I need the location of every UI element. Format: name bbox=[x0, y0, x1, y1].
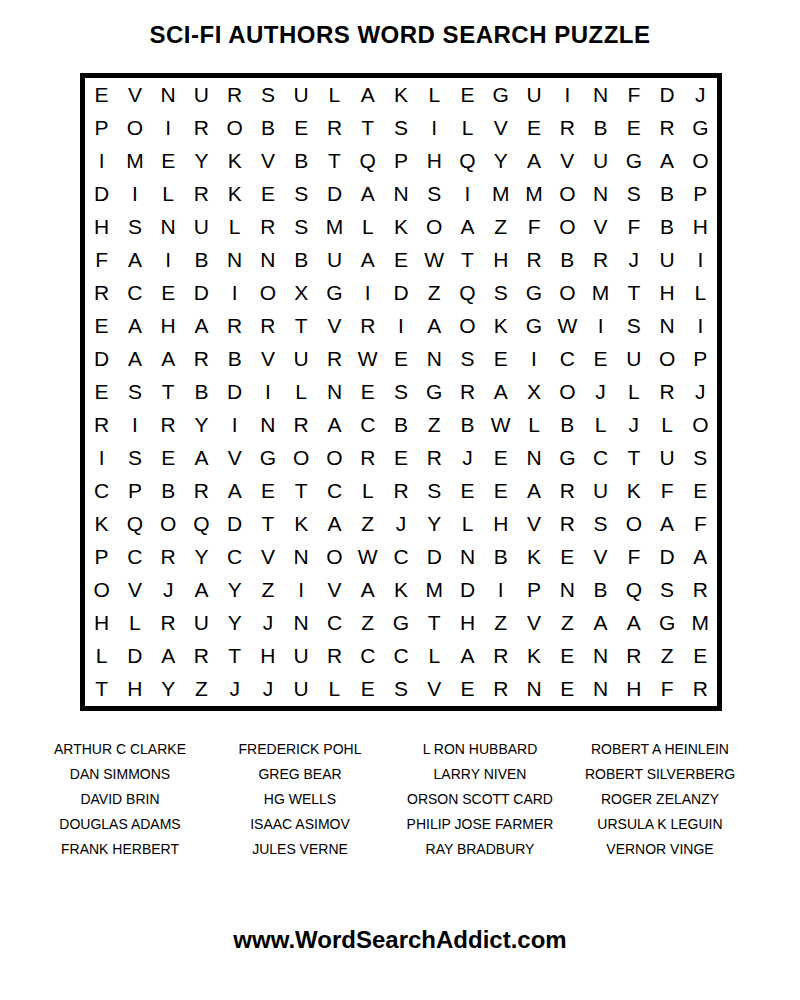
grid-cell[interactable]: V bbox=[251, 144, 284, 177]
grid-cell[interactable]: O bbox=[551, 375, 584, 408]
grid-cell[interactable]: S bbox=[118, 375, 151, 408]
grid-cell[interactable]: R bbox=[152, 409, 185, 442]
grid-cell[interactable]: E bbox=[484, 475, 517, 508]
grid-cell[interactable]: R bbox=[517, 243, 550, 276]
grid-cell[interactable]: I bbox=[584, 309, 617, 342]
grid-cell[interactable]: P bbox=[684, 177, 717, 210]
grid-cell[interactable]: A bbox=[118, 309, 151, 342]
grid-cell[interactable]: S bbox=[384, 673, 417, 706]
grid-cell[interactable]: E bbox=[251, 177, 284, 210]
grid-cell[interactable]: H bbox=[85, 607, 118, 640]
grid-cell[interactable]: A bbox=[152, 342, 185, 375]
grid-cell[interactable]: N bbox=[584, 177, 617, 210]
grid-cell[interactable]: R bbox=[218, 309, 251, 342]
grid-cell[interactable]: R bbox=[185, 640, 218, 673]
grid-cell[interactable]: A bbox=[351, 78, 384, 111]
grid-cell[interactable]: I bbox=[351, 276, 384, 309]
grid-cell[interactable]: U bbox=[617, 342, 650, 375]
grid-cell[interactable]: T bbox=[285, 475, 318, 508]
grid-cell[interactable]: O bbox=[551, 276, 584, 309]
grid-cell[interactable]: U bbox=[517, 78, 550, 111]
grid-cell[interactable]: O bbox=[451, 309, 484, 342]
grid-cell[interactable]: Y bbox=[218, 607, 251, 640]
grid-cell[interactable]: T bbox=[418, 607, 451, 640]
grid-cell[interactable]: O bbox=[152, 508, 185, 541]
grid-cell[interactable]: C bbox=[384, 640, 417, 673]
grid-cell[interactable]: T bbox=[451, 243, 484, 276]
grid-cell[interactable]: E bbox=[484, 442, 517, 475]
grid-cell[interactable]: L bbox=[684, 276, 717, 309]
grid-cell[interactable]: E bbox=[684, 640, 717, 673]
grid-cell[interactable]: E bbox=[551, 640, 584, 673]
grid-cell[interactable]: T bbox=[152, 375, 185, 408]
grid-cell[interactable]: A bbox=[584, 607, 617, 640]
grid-cell[interactable]: U bbox=[285, 640, 318, 673]
grid-cell[interactable]: U bbox=[285, 673, 318, 706]
grid-cell[interactable]: R bbox=[152, 607, 185, 640]
grid-cell[interactable]: E bbox=[484, 342, 517, 375]
grid-cell[interactable]: I bbox=[684, 309, 717, 342]
grid-cell[interactable]: M bbox=[118, 144, 151, 177]
grid-cell[interactable]: B bbox=[584, 574, 617, 607]
grid-cell[interactable]: D bbox=[384, 276, 417, 309]
grid-cell[interactable]: D bbox=[318, 177, 351, 210]
grid-cell[interactable]: E bbox=[152, 442, 185, 475]
grid-cell[interactable]: E bbox=[85, 78, 118, 111]
grid-cell[interactable]: R bbox=[85, 409, 118, 442]
grid-cell[interactable]: R bbox=[384, 475, 417, 508]
grid-cell[interactable]: G bbox=[318, 276, 351, 309]
grid-cell[interactable]: W bbox=[351, 541, 384, 574]
grid-cell[interactable]: Z bbox=[185, 673, 218, 706]
grid-cell[interactable]: C bbox=[551, 342, 584, 375]
grid-cell[interactable]: R bbox=[551, 111, 584, 144]
grid-cell[interactable]: R bbox=[185, 111, 218, 144]
grid-cell[interactable]: B bbox=[650, 210, 683, 243]
grid-cell[interactable]: N bbox=[584, 78, 617, 111]
grid-cell[interactable]: Y bbox=[418, 508, 451, 541]
grid-cell[interactable]: F bbox=[85, 243, 118, 276]
grid-cell[interactable]: C bbox=[118, 541, 151, 574]
grid-cell[interactable]: P bbox=[85, 111, 118, 144]
grid-cell[interactable]: B bbox=[152, 475, 185, 508]
grid-cell[interactable]: S bbox=[650, 574, 683, 607]
grid-cell[interactable]: K bbox=[85, 508, 118, 541]
grid-cell[interactable]: A bbox=[218, 475, 251, 508]
grid-cell[interactable]: Q bbox=[351, 144, 384, 177]
grid-cell[interactable]: L bbox=[318, 673, 351, 706]
grid-cell[interactable]: F bbox=[650, 475, 683, 508]
grid-cell[interactable]: S bbox=[118, 210, 151, 243]
grid-cell[interactable]: N bbox=[418, 342, 451, 375]
grid-cell[interactable]: B bbox=[551, 409, 584, 442]
grid-cell[interactable]: N bbox=[451, 541, 484, 574]
grid-cell[interactable]: V bbox=[318, 309, 351, 342]
grid-cell[interactable]: L bbox=[152, 177, 185, 210]
grid-cell[interactable]: H bbox=[650, 276, 683, 309]
grid-cell[interactable]: F bbox=[617, 78, 650, 111]
grid-cell[interactable]: C bbox=[384, 541, 417, 574]
grid-cell[interactable]: R bbox=[684, 673, 717, 706]
grid-cell[interactable]: A bbox=[451, 640, 484, 673]
grid-cell[interactable]: J bbox=[451, 442, 484, 475]
grid-cell[interactable]: N bbox=[251, 243, 284, 276]
grid-cell[interactable]: U bbox=[650, 243, 683, 276]
grid-cell[interactable]: I bbox=[118, 177, 151, 210]
grid-cell[interactable]: D bbox=[85, 177, 118, 210]
grid-cell[interactable]: R bbox=[351, 309, 384, 342]
grid-cell[interactable]: Q bbox=[617, 574, 650, 607]
grid-cell[interactable]: N bbox=[584, 673, 617, 706]
grid-cell[interactable]: U bbox=[318, 243, 351, 276]
grid-cell[interactable]: M bbox=[418, 574, 451, 607]
grid-cell[interactable]: E bbox=[152, 144, 185, 177]
grid-cell[interactable]: R bbox=[451, 375, 484, 408]
grid-cell[interactable]: E bbox=[251, 475, 284, 508]
grid-cell[interactable]: A bbox=[684, 541, 717, 574]
grid-cell[interactable]: G bbox=[418, 375, 451, 408]
grid-cell[interactable]: J bbox=[584, 375, 617, 408]
grid-cell[interactable]: R bbox=[85, 276, 118, 309]
grid-cell[interactable]: I bbox=[118, 409, 151, 442]
grid-cell[interactable]: J bbox=[684, 375, 717, 408]
grid-cell[interactable]: G bbox=[684, 111, 717, 144]
grid-cell[interactable]: R bbox=[251, 309, 284, 342]
grid-cell[interactable]: A bbox=[185, 309, 218, 342]
grid-cell[interactable]: R bbox=[418, 442, 451, 475]
grid-cell[interactable]: H bbox=[484, 508, 517, 541]
grid-cell[interactable]: L bbox=[617, 375, 650, 408]
grid-cell[interactable]: B bbox=[650, 177, 683, 210]
grid-cell[interactable]: O bbox=[285, 442, 318, 475]
grid-cell[interactable]: C bbox=[318, 607, 351, 640]
grid-cell[interactable]: D bbox=[451, 574, 484, 607]
grid-cell[interactable]: R bbox=[484, 673, 517, 706]
grid-cell[interactable]: Q bbox=[451, 144, 484, 177]
grid-cell[interactable]: I bbox=[285, 574, 318, 607]
grid-cell[interactable]: K bbox=[384, 210, 417, 243]
grid-cell[interactable]: O bbox=[617, 508, 650, 541]
grid-cell[interactable]: O bbox=[650, 342, 683, 375]
grid-cell[interactable]: L bbox=[418, 640, 451, 673]
grid-cell[interactable]: U bbox=[650, 442, 683, 475]
grid-cell[interactable]: K bbox=[517, 640, 550, 673]
grid-cell[interactable]: F bbox=[517, 210, 550, 243]
grid-cell[interactable]: M bbox=[517, 177, 550, 210]
grid-cell[interactable]: L bbox=[418, 78, 451, 111]
grid-cell[interactable]: H bbox=[85, 210, 118, 243]
grid-cell[interactable]: J bbox=[218, 673, 251, 706]
grid-cell[interactable]: G bbox=[251, 442, 284, 475]
grid-cell[interactable]: P bbox=[85, 541, 118, 574]
grid-cell[interactable]: E bbox=[384, 442, 417, 475]
grid-cell[interactable]: B bbox=[218, 342, 251, 375]
grid-cell[interactable]: C bbox=[85, 475, 118, 508]
grid-cell[interactable]: I bbox=[484, 574, 517, 607]
grid-cell[interactable]: A bbox=[617, 607, 650, 640]
grid-cell[interactable]: N bbox=[517, 673, 550, 706]
grid-cell[interactable]: A bbox=[318, 409, 351, 442]
grid-cell[interactable]: E bbox=[551, 541, 584, 574]
grid-cell[interactable]: Y bbox=[185, 144, 218, 177]
grid-cell[interactable]: R bbox=[185, 177, 218, 210]
grid-cell[interactable]: O bbox=[218, 111, 251, 144]
grid-cell[interactable]: K bbox=[218, 177, 251, 210]
grid-cell[interactable]: V bbox=[484, 111, 517, 144]
grid-cell[interactable]: N bbox=[584, 640, 617, 673]
grid-cell[interactable]: R bbox=[684, 574, 717, 607]
grid-cell[interactable]: O bbox=[118, 111, 151, 144]
grid-cell[interactable]: A bbox=[118, 243, 151, 276]
grid-cell[interactable]: N bbox=[517, 442, 550, 475]
grid-cell[interactable]: U bbox=[584, 475, 617, 508]
grid-cell[interactable]: B bbox=[251, 111, 284, 144]
grid-cell[interactable]: M bbox=[318, 210, 351, 243]
grid-cell[interactable]: Y bbox=[185, 541, 218, 574]
grid-cell[interactable]: S bbox=[451, 342, 484, 375]
grid-cell[interactable]: B bbox=[285, 144, 318, 177]
grid-cell[interactable]: N bbox=[218, 243, 251, 276]
grid-cell[interactable]: A bbox=[418, 309, 451, 342]
grid-cell[interactable]: B bbox=[551, 243, 584, 276]
grid-cell[interactable]: L bbox=[517, 409, 550, 442]
grid-cell[interactable]: A bbox=[185, 442, 218, 475]
grid-cell[interactable]: G bbox=[517, 276, 550, 309]
grid-cell[interactable]: F bbox=[650, 673, 683, 706]
grid-cell[interactable]: O bbox=[684, 409, 717, 442]
grid-cell[interactable]: E bbox=[617, 111, 650, 144]
grid-cell[interactable]: K bbox=[384, 78, 417, 111]
grid-cell[interactable]: L bbox=[451, 111, 484, 144]
grid-cell[interactable]: O bbox=[684, 144, 717, 177]
grid-cell[interactable]: N bbox=[650, 309, 683, 342]
grid-cell[interactable]: N bbox=[285, 607, 318, 640]
grid-cell[interactable]: Z bbox=[551, 607, 584, 640]
grid-cell[interactable]: R bbox=[484, 640, 517, 673]
grid-cell[interactable]: A bbox=[484, 375, 517, 408]
grid-cell[interactable]: A bbox=[650, 144, 683, 177]
grid-cell[interactable]: D bbox=[418, 541, 451, 574]
grid-cell[interactable]: O bbox=[318, 442, 351, 475]
grid-cell[interactable]: O bbox=[418, 210, 451, 243]
grid-cell[interactable]: Y bbox=[484, 144, 517, 177]
grid-cell[interactable]: T bbox=[318, 144, 351, 177]
grid-cell[interactable]: V bbox=[517, 508, 550, 541]
grid-cell[interactable]: P bbox=[384, 144, 417, 177]
grid-cell[interactable]: G bbox=[551, 442, 584, 475]
grid-cell[interactable]: I bbox=[85, 442, 118, 475]
grid-cell[interactable]: Z bbox=[351, 508, 384, 541]
grid-cell[interactable]: U bbox=[185, 78, 218, 111]
grid-cell[interactable]: D bbox=[185, 276, 218, 309]
grid-cell[interactable]: O bbox=[318, 541, 351, 574]
grid-cell[interactable]: Z bbox=[650, 640, 683, 673]
grid-cell[interactable]: W bbox=[418, 243, 451, 276]
grid-cell[interactable]: L bbox=[650, 409, 683, 442]
grid-cell[interactable]: J bbox=[384, 508, 417, 541]
grid-cell[interactable]: I bbox=[384, 309, 417, 342]
grid-cell[interactable]: S bbox=[617, 309, 650, 342]
grid-cell[interactable]: A bbox=[351, 243, 384, 276]
grid-cell[interactable]: E bbox=[85, 375, 118, 408]
grid-cell[interactable]: K bbox=[384, 574, 417, 607]
grid-cell[interactable]: C bbox=[351, 640, 384, 673]
grid-cell[interactable]: H bbox=[418, 144, 451, 177]
grid-cell[interactable]: Y bbox=[152, 673, 185, 706]
grid-cell[interactable]: T bbox=[251, 508, 284, 541]
grid-cell[interactable]: J bbox=[152, 574, 185, 607]
grid-cell[interactable]: R bbox=[152, 541, 185, 574]
grid-cell[interactable]: J bbox=[251, 673, 284, 706]
grid-cell[interactable]: N bbox=[251, 409, 284, 442]
grid-cell[interactable]: P bbox=[118, 475, 151, 508]
grid-cell[interactable]: S bbox=[285, 177, 318, 210]
grid-cell[interactable]: R bbox=[318, 111, 351, 144]
grid-cell[interactable]: L bbox=[118, 607, 151, 640]
grid-cell[interactable]: W bbox=[351, 342, 384, 375]
grid-cell[interactable]: M bbox=[484, 177, 517, 210]
grid-cell[interactable]: O bbox=[551, 210, 584, 243]
grid-cell[interactable]: C bbox=[351, 409, 384, 442]
grid-cell[interactable]: H bbox=[152, 309, 185, 342]
grid-cell[interactable]: T bbox=[85, 673, 118, 706]
grid-cell[interactable]: S bbox=[418, 177, 451, 210]
grid-cell[interactable]: H bbox=[684, 210, 717, 243]
grid-cell[interactable]: F bbox=[684, 508, 717, 541]
grid-cell[interactable]: W bbox=[484, 409, 517, 442]
grid-cell[interactable]: B bbox=[384, 409, 417, 442]
grid-cell[interactable]: D bbox=[650, 541, 683, 574]
grid-cell[interactable]: B bbox=[484, 541, 517, 574]
grid-cell[interactable]: B bbox=[285, 243, 318, 276]
grid-cell[interactable]: Y bbox=[185, 409, 218, 442]
grid-cell[interactable]: R bbox=[650, 375, 683, 408]
grid-cell[interactable]: L bbox=[584, 409, 617, 442]
grid-cell[interactable]: A bbox=[118, 342, 151, 375]
grid-cell[interactable]: E bbox=[384, 342, 417, 375]
grid-cell[interactable]: S bbox=[484, 276, 517, 309]
grid-cell[interactable]: H bbox=[251, 640, 284, 673]
grid-cell[interactable]: K bbox=[517, 541, 550, 574]
grid-cell[interactable]: U bbox=[584, 144, 617, 177]
grid-cell[interactable]: N bbox=[551, 574, 584, 607]
grid-cell[interactable]: K bbox=[484, 309, 517, 342]
grid-cell[interactable]: L bbox=[451, 508, 484, 541]
grid-cell[interactable]: R bbox=[285, 409, 318, 442]
grid-cell[interactable]: T bbox=[285, 309, 318, 342]
grid-cell[interactable]: U bbox=[185, 607, 218, 640]
grid-cell[interactable]: E bbox=[451, 78, 484, 111]
grid-cell[interactable]: I bbox=[152, 243, 185, 276]
grid-cell[interactable]: F bbox=[617, 210, 650, 243]
grid-cell[interactable]: K bbox=[218, 144, 251, 177]
grid-cell[interactable]: P bbox=[517, 574, 550, 607]
grid-cell[interactable]: X bbox=[285, 276, 318, 309]
grid-cell[interactable]: I bbox=[517, 342, 550, 375]
grid-cell[interactable]: J bbox=[684, 78, 717, 111]
grid-cell[interactable]: H bbox=[617, 673, 650, 706]
grid-cell[interactable]: S bbox=[684, 442, 717, 475]
grid-cell[interactable]: U bbox=[285, 78, 318, 111]
grid-cell[interactable]: L bbox=[351, 475, 384, 508]
grid-cell[interactable]: K bbox=[285, 508, 318, 541]
grid-cell[interactable]: R bbox=[617, 640, 650, 673]
grid-cell[interactable]: O bbox=[251, 276, 284, 309]
grid-cell[interactable]: M bbox=[684, 607, 717, 640]
grid-cell[interactable]: R bbox=[318, 342, 351, 375]
grid-cell[interactable]: R bbox=[185, 342, 218, 375]
grid-cell[interactable]: Q bbox=[185, 508, 218, 541]
grid-cell[interactable]: T bbox=[617, 276, 650, 309]
grid-cell[interactable]: U bbox=[185, 210, 218, 243]
grid-cell[interactable]: N bbox=[285, 541, 318, 574]
grid-cell[interactable]: D bbox=[118, 640, 151, 673]
grid-cell[interactable]: C bbox=[218, 541, 251, 574]
grid-cell[interactable]: V bbox=[251, 342, 284, 375]
grid-cell[interactable]: L bbox=[218, 210, 251, 243]
grid-cell[interactable]: S bbox=[418, 475, 451, 508]
grid-cell[interactable]: H bbox=[118, 673, 151, 706]
grid-cell[interactable]: V bbox=[118, 78, 151, 111]
grid-cell[interactable]: B bbox=[185, 243, 218, 276]
grid-cell[interactable]: A bbox=[351, 177, 384, 210]
grid-cell[interactable]: V bbox=[251, 541, 284, 574]
grid-cell[interactable]: V bbox=[517, 607, 550, 640]
grid-cell[interactable]: I bbox=[551, 78, 584, 111]
grid-cell[interactable]: X bbox=[517, 375, 550, 408]
grid-cell[interactable]: Z bbox=[484, 210, 517, 243]
grid-cell[interactable]: E bbox=[517, 111, 550, 144]
grid-cell[interactable]: F bbox=[617, 541, 650, 574]
grid-cell[interactable]: L bbox=[318, 78, 351, 111]
grid-cell[interactable]: E bbox=[85, 309, 118, 342]
grid-cell[interactable]: S bbox=[584, 508, 617, 541]
grid-cell[interactable]: A bbox=[152, 640, 185, 673]
grid-cell[interactable]: Z bbox=[351, 607, 384, 640]
grid-cell[interactable]: H bbox=[484, 243, 517, 276]
grid-cell[interactable]: L bbox=[351, 210, 384, 243]
grid-cell[interactable]: N bbox=[318, 375, 351, 408]
grid-cell[interactable]: G bbox=[384, 607, 417, 640]
grid-cell[interactable]: C bbox=[318, 475, 351, 508]
grid-cell[interactable]: J bbox=[617, 243, 650, 276]
grid-cell[interactable]: I bbox=[684, 243, 717, 276]
grid-cell[interactable]: R bbox=[251, 210, 284, 243]
grid-cell[interactable]: O bbox=[551, 177, 584, 210]
grid-cell[interactable]: S bbox=[251, 78, 284, 111]
grid-cell[interactable]: Z bbox=[418, 409, 451, 442]
grid-cell[interactable]: E bbox=[451, 673, 484, 706]
grid-cell[interactable]: D bbox=[85, 342, 118, 375]
grid-cell[interactable]: T bbox=[351, 111, 384, 144]
grid-cell[interactable]: N bbox=[152, 210, 185, 243]
grid-cell[interactable]: A bbox=[451, 210, 484, 243]
grid-cell[interactable]: T bbox=[617, 442, 650, 475]
grid-cell[interactable]: P bbox=[684, 342, 717, 375]
grid-cell[interactable]: A bbox=[185, 574, 218, 607]
grid-cell[interactable]: R bbox=[185, 475, 218, 508]
grid-cell[interactable]: E bbox=[351, 375, 384, 408]
grid-cell[interactable]: I bbox=[152, 111, 185, 144]
grid-cell[interactable]: T bbox=[218, 640, 251, 673]
grid-cell[interactable]: E bbox=[351, 673, 384, 706]
grid-cell[interactable]: K bbox=[617, 475, 650, 508]
grid-cell[interactable]: I bbox=[451, 177, 484, 210]
grid-cell[interactable]: Z bbox=[484, 607, 517, 640]
grid-cell[interactable]: B bbox=[451, 409, 484, 442]
grid-cell[interactable]: S bbox=[285, 210, 318, 243]
grid-cell[interactable]: J bbox=[617, 409, 650, 442]
